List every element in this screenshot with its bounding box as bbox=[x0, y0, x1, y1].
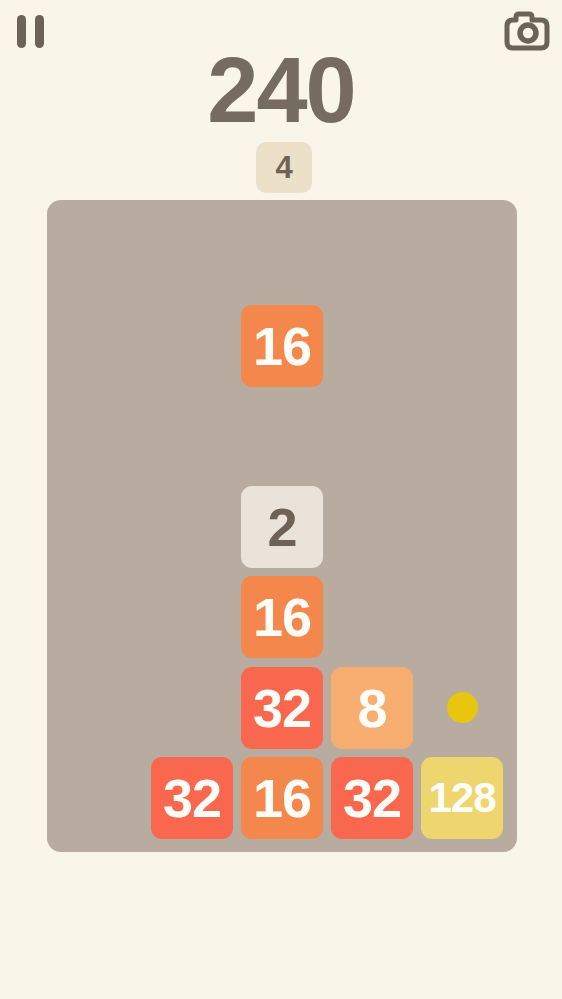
tile-16: 16 bbox=[241, 757, 323, 839]
board[interactable]: 16216328321632128 bbox=[47, 200, 517, 852]
tile-32: 32 bbox=[151, 757, 233, 839]
tile-2: 2 bbox=[241, 486, 323, 568]
tile-128: 128 bbox=[421, 757, 503, 839]
tile-16: 16 bbox=[241, 305, 323, 387]
score: 240 bbox=[0, 44, 562, 136]
game-screen: 240 4 16216328321632128 bbox=[0, 0, 562, 999]
tile-32: 32 bbox=[241, 667, 323, 749]
coin-dot bbox=[447, 692, 478, 723]
tile-32: 32 bbox=[331, 757, 413, 839]
next-tile-preview: 4 bbox=[256, 142, 312, 193]
tile-8: 8 bbox=[331, 667, 413, 749]
tile-16: 16 bbox=[241, 576, 323, 658]
